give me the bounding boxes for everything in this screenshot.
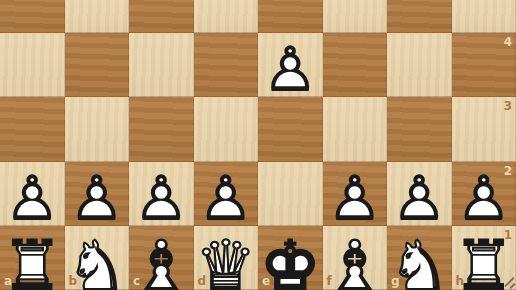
piece-glyph-outline: ♙: [134, 168, 188, 228]
square-c4[interactable]: [129, 33, 194, 97]
piece-glyph-outline: ♖: [2, 232, 63, 290]
piece-glyph-outline: ♙: [199, 168, 253, 228]
white-pawn[interactable]: ♟♙: [387, 162, 452, 226]
white-pawn[interactable]: ♟♙: [129, 162, 194, 226]
square-a5[interactable]: [0, 0, 65, 33]
white-pawn[interactable]: ♟♙: [65, 162, 130, 226]
square-a4[interactable]: [0, 33, 65, 97]
square-f4[interactable]: [323, 33, 388, 97]
rank-label-4: 4: [504, 36, 512, 48]
square-h3[interactable]: 3: [452, 97, 516, 161]
white-knight[interactable]: ♞♘: [65, 226, 130, 290]
white-rook[interactable]: ♜♖: [0, 226, 65, 290]
piece-glyph-outline: ♙: [5, 168, 59, 228]
piece-glyph-outline: ♙: [328, 168, 382, 228]
rank-label-3: 3: [504, 100, 512, 112]
white-bishop[interactable]: ♝♗: [129, 226, 194, 290]
white-pawn[interactable]: ♟♙: [194, 162, 259, 226]
square-a1[interactable]: a♜♖: [0, 226, 65, 290]
square-e3[interactable]: [258, 97, 323, 161]
square-c3[interactable]: [129, 97, 194, 161]
square-g4[interactable]: [387, 33, 452, 97]
piece-glyph-outline: ♘: [66, 232, 127, 290]
square-b4[interactable]: [65, 33, 130, 97]
white-king[interactable]: ♚♔: [258, 226, 323, 290]
white-pawn[interactable]: ♟♙: [323, 162, 388, 226]
piece-glyph-outline: ♙: [392, 168, 446, 228]
square-e4[interactable]: ♟♙: [258, 33, 323, 97]
square-b1[interactable]: b♞♘: [65, 226, 130, 290]
square-c2[interactable]: ♟♙: [129, 162, 194, 226]
square-d3[interactable]: [194, 97, 259, 161]
square-h5[interactable]: [452, 0, 516, 33]
square-e1[interactable]: e♚♔: [258, 226, 323, 290]
square-f3[interactable]: [323, 97, 388, 161]
square-h2[interactable]: 2♟♙: [452, 162, 516, 226]
square-c5[interactable]: [129, 0, 194, 33]
square-a3[interactable]: [0, 97, 65, 161]
piece-glyph-outline: ♘: [389, 232, 450, 290]
square-e2[interactable]: [258, 162, 323, 226]
piece-glyph-outline: ♗: [131, 232, 192, 290]
square-f1[interactable]: f♝♗: [323, 226, 388, 290]
square-c1[interactable]: c♝♗: [129, 226, 194, 290]
piece-glyph-outline: ♙: [70, 168, 124, 228]
piece-glyph-outline: ♗: [324, 232, 385, 290]
chessboard-window: ♟♙43♟♙♟♙♟♙♟♙♟♙♟♙2♟♙a♜♖b♞♘c♝♗d♛♕e♚♔f♝♗g♞♘…: [0, 0, 516, 290]
piece-glyph-outline: ♙: [457, 168, 511, 228]
square-b5[interactable]: [65, 0, 130, 33]
white-queen[interactable]: ♛♕: [194, 226, 259, 290]
square-f5[interactable]: [323, 0, 388, 33]
white-pawn[interactable]: ♟♙: [452, 162, 516, 226]
chess-board: ♟♙43♟♙♟♙♟♙♟♙♟♙♟♙2♟♙a♜♖b♞♘c♝♗d♛♕e♚♔f♝♗g♞♘…: [0, 0, 516, 290]
square-f2[interactable]: ♟♙: [323, 162, 388, 226]
square-a2[interactable]: ♟♙: [0, 162, 65, 226]
square-g3[interactable]: [387, 97, 452, 161]
square-b3[interactable]: [65, 97, 130, 161]
piece-glyph-outline: ♔: [260, 232, 321, 290]
square-h4[interactable]: 4: [452, 33, 516, 97]
white-knight[interactable]: ♞♘: [387, 226, 452, 290]
white-pawn[interactable]: ♟♙: [0, 162, 65, 226]
square-d1[interactable]: d♛♕: [194, 226, 259, 290]
square-g1[interactable]: g♞♘: [387, 226, 452, 290]
square-b2[interactable]: ♟♙: [65, 162, 130, 226]
piece-glyph-outline: ♕: [195, 232, 256, 290]
square-g2[interactable]: ♟♙: [387, 162, 452, 226]
square-e5[interactable]: [258, 0, 323, 33]
square-d2[interactable]: ♟♙: [194, 162, 259, 226]
square-g5[interactable]: [387, 0, 452, 33]
square-d5[interactable]: [194, 0, 259, 33]
square-d4[interactable]: [194, 33, 259, 97]
piece-glyph-outline: ♙: [263, 39, 317, 99]
white-bishop[interactable]: ♝♗: [323, 226, 388, 290]
resize-grip-icon[interactable]: [501, 275, 515, 289]
white-pawn[interactable]: ♟♙: [258, 33, 323, 97]
